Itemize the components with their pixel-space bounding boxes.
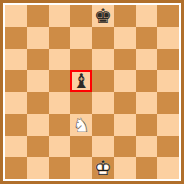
square-h3[interactable] — [157, 114, 179, 136]
square-e1[interactable]: ♚♔ — [92, 157, 114, 179]
square-e2[interactable] — [92, 136, 114, 158]
square-g7[interactable] — [136, 27, 158, 49]
board-outer-frame: ♚♝♞♘♚♔ — [0, 0, 184, 184]
square-d2[interactable] — [70, 136, 92, 158]
square-a7[interactable] — [5, 27, 27, 49]
square-e6[interactable] — [92, 49, 114, 71]
black-bishop-glyph: ♝ — [70, 70, 92, 92]
square-b4[interactable] — [27, 92, 49, 114]
square-h6[interactable] — [157, 49, 179, 71]
piece-black-bishop[interactable]: ♝ — [70, 70, 92, 92]
square-a5[interactable] — [5, 70, 27, 92]
square-g8[interactable] — [136, 5, 158, 27]
square-e3[interactable] — [92, 114, 114, 136]
square-b8[interactable] — [27, 5, 49, 27]
square-f5[interactable] — [114, 70, 136, 92]
piece-black-king[interactable]: ♚ — [92, 5, 114, 27]
square-f2[interactable] — [114, 136, 136, 158]
square-b2[interactable] — [27, 136, 49, 158]
square-d3[interactable]: ♞♘ — [70, 114, 92, 136]
square-d4[interactable] — [70, 92, 92, 114]
square-e8[interactable]: ♚ — [92, 5, 114, 27]
white-king-glyph: ♔ — [92, 157, 114, 179]
square-h1[interactable] — [157, 157, 179, 179]
piece-white-knight[interactable]: ♞♘ — [70, 114, 92, 136]
square-e4[interactable] — [92, 92, 114, 114]
board-inner-frame: ♚♝♞♘♚♔ — [3, 3, 181, 181]
square-a6[interactable] — [5, 49, 27, 71]
square-b7[interactable] — [27, 27, 49, 49]
square-f1[interactable] — [114, 157, 136, 179]
square-a3[interactable] — [5, 114, 27, 136]
square-c1[interactable] — [49, 157, 71, 179]
square-f8[interactable] — [114, 5, 136, 27]
square-a8[interactable] — [5, 5, 27, 27]
square-g3[interactable] — [136, 114, 158, 136]
square-g4[interactable] — [136, 92, 158, 114]
square-h8[interactable] — [157, 5, 179, 27]
square-f3[interactable] — [114, 114, 136, 136]
square-b3[interactable] — [27, 114, 49, 136]
square-b6[interactable] — [27, 49, 49, 71]
square-a4[interactable] — [5, 92, 27, 114]
square-h2[interactable] — [157, 136, 179, 158]
square-b5[interactable] — [27, 70, 49, 92]
black-king-glyph: ♚ — [92, 5, 114, 27]
square-c3[interactable] — [49, 114, 71, 136]
square-c2[interactable] — [49, 136, 71, 158]
square-h4[interactable] — [157, 92, 179, 114]
square-f4[interactable] — [114, 92, 136, 114]
square-h7[interactable] — [157, 27, 179, 49]
square-g2[interactable] — [136, 136, 158, 158]
square-d6[interactable] — [70, 49, 92, 71]
chess-board[interactable]: ♚♝♞♘♚♔ — [5, 5, 179, 179]
square-g1[interactable] — [136, 157, 158, 179]
square-d1[interactable] — [70, 157, 92, 179]
square-d8[interactable] — [70, 5, 92, 27]
square-c4[interactable] — [49, 92, 71, 114]
square-f7[interactable] — [114, 27, 136, 49]
square-a1[interactable] — [5, 157, 27, 179]
square-e5[interactable] — [92, 70, 114, 92]
square-c5[interactable] — [49, 70, 71, 92]
square-g6[interactable] — [136, 49, 158, 71]
square-h5[interactable] — [157, 70, 179, 92]
white-knight-glyph: ♘ — [70, 114, 92, 136]
square-f6[interactable] — [114, 49, 136, 71]
square-e7[interactable] — [92, 27, 114, 49]
piece-white-king[interactable]: ♚♔ — [92, 157, 114, 179]
square-c6[interactable] — [49, 49, 71, 71]
square-b1[interactable] — [27, 157, 49, 179]
square-d5-highlighted[interactable]: ♝ — [70, 70, 92, 92]
square-c8[interactable] — [49, 5, 71, 27]
square-g5[interactable] — [136, 70, 158, 92]
square-a2[interactable] — [5, 136, 27, 158]
square-d7[interactable] — [70, 27, 92, 49]
square-c7[interactable] — [49, 27, 71, 49]
